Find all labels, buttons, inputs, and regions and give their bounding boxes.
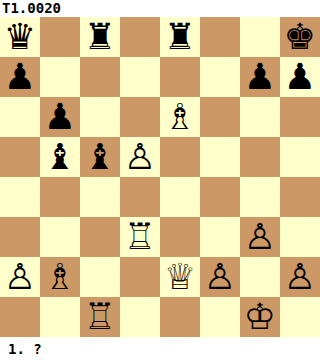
square-g7[interactable]: ♟ <box>240 57 280 97</box>
square-h8[interactable]: ♚ <box>280 17 320 57</box>
chess-puzzle-app: T1.0020 ♛♜♜♚♟♟♟♟♗♝♝♙♖♙♙♗♕♙♙♖♔ 1. ? <box>0 0 320 360</box>
square-h5[interactable] <box>280 137 320 177</box>
white-pawn-icon: ♙ <box>4 257 36 297</box>
black-bishop-icon: ♝ <box>44 137 76 177</box>
square-h4[interactable] <box>280 177 320 217</box>
black-pawn-icon: ♟ <box>44 97 76 137</box>
square-g8[interactable] <box>240 17 280 57</box>
square-h7[interactable]: ♟ <box>280 57 320 97</box>
square-a5[interactable] <box>0 137 40 177</box>
square-b1[interactable] <box>40 297 80 337</box>
square-c5[interactable]: ♝ <box>80 137 120 177</box>
square-e4[interactable] <box>160 177 200 217</box>
white-bishop-icon: ♗ <box>44 257 76 297</box>
square-a7[interactable]: ♟ <box>0 57 40 97</box>
square-e5[interactable] <box>160 137 200 177</box>
square-b5[interactable]: ♝ <box>40 137 80 177</box>
square-g2[interactable] <box>240 257 280 297</box>
square-g5[interactable] <box>240 137 280 177</box>
puzzle-title: T1.0020 <box>2 0 61 17</box>
square-f5[interactable] <box>200 137 240 177</box>
square-b6[interactable]: ♟ <box>40 97 80 137</box>
square-c6[interactable] <box>80 97 120 137</box>
square-f2[interactable]: ♙ <box>200 257 240 297</box>
square-c1[interactable]: ♖ <box>80 297 120 337</box>
square-d7[interactable] <box>120 57 160 97</box>
square-f6[interactable] <box>200 97 240 137</box>
square-f3[interactable] <box>200 217 240 257</box>
black-king-icon: ♚ <box>284 17 316 57</box>
square-a4[interactable] <box>0 177 40 217</box>
square-e3[interactable] <box>160 217 200 257</box>
square-d5[interactable]: ♙ <box>120 137 160 177</box>
square-d2[interactable] <box>120 257 160 297</box>
square-f8[interactable] <box>200 17 240 57</box>
white-pawn-icon: ♙ <box>284 257 316 297</box>
white-pawn-icon: ♙ <box>244 217 276 257</box>
square-b8[interactable] <box>40 17 80 57</box>
square-e6[interactable]: ♗ <box>160 97 200 137</box>
square-h2[interactable]: ♙ <box>280 257 320 297</box>
square-a1[interactable] <box>0 297 40 337</box>
square-e7[interactable] <box>160 57 200 97</box>
white-bishop-icon: ♗ <box>164 97 196 137</box>
square-e2[interactable]: ♕ <box>160 257 200 297</box>
white-queen-icon: ♕ <box>164 257 196 297</box>
black-rook-icon: ♜ <box>164 17 196 57</box>
white-pawn-icon: ♙ <box>204 257 236 297</box>
white-rook-icon: ♖ <box>124 217 156 257</box>
square-c7[interactable] <box>80 57 120 97</box>
square-a6[interactable] <box>0 97 40 137</box>
black-pawn-icon: ♟ <box>284 57 316 97</box>
square-d1[interactable] <box>120 297 160 337</box>
square-a2[interactable]: ♙ <box>0 257 40 297</box>
black-pawn-icon: ♟ <box>244 57 276 97</box>
black-pawn-icon: ♟ <box>4 57 36 97</box>
white-rook-icon: ♖ <box>84 297 116 337</box>
square-a3[interactable] <box>0 217 40 257</box>
square-h3[interactable] <box>280 217 320 257</box>
chess-board: ♛♜♜♚♟♟♟♟♗♝♝♙♖♙♙♗♕♙♙♖♔ <box>0 17 320 337</box>
square-f7[interactable] <box>200 57 240 97</box>
black-queen-icon: ♛ <box>4 17 36 57</box>
white-pawn-icon: ♙ <box>124 137 156 177</box>
black-bishop-icon: ♝ <box>84 137 116 177</box>
square-h1[interactable] <box>280 297 320 337</box>
square-c8[interactable]: ♜ <box>80 17 120 57</box>
square-f4[interactable] <box>200 177 240 217</box>
square-g3[interactable]: ♙ <box>240 217 280 257</box>
square-b3[interactable] <box>40 217 80 257</box>
square-b7[interactable] <box>40 57 80 97</box>
square-c4[interactable] <box>80 177 120 217</box>
square-e8[interactable]: ♜ <box>160 17 200 57</box>
white-king-icon: ♔ <box>244 297 276 337</box>
square-d8[interactable] <box>120 17 160 57</box>
square-c2[interactable] <box>80 257 120 297</box>
square-h6[interactable] <box>280 97 320 137</box>
square-b4[interactable] <box>40 177 80 217</box>
move-prompt: 1. ? <box>8 339 42 360</box>
square-d4[interactable] <box>120 177 160 217</box>
square-f1[interactable] <box>200 297 240 337</box>
black-rook-icon: ♜ <box>84 17 116 57</box>
square-e1[interactable] <box>160 297 200 337</box>
square-d6[interactable] <box>120 97 160 137</box>
square-a8[interactable]: ♛ <box>0 17 40 57</box>
square-g6[interactable] <box>240 97 280 137</box>
square-c3[interactable] <box>80 217 120 257</box>
square-g4[interactable] <box>240 177 280 217</box>
square-g1[interactable]: ♔ <box>240 297 280 337</box>
square-b2[interactable]: ♗ <box>40 257 80 297</box>
square-d3[interactable]: ♖ <box>120 217 160 257</box>
